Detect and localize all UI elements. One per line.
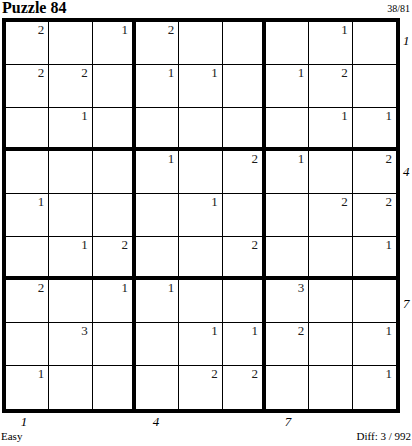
cell-r5c7[interactable] bbox=[266, 194, 309, 237]
cell-r8c2[interactable]: 3 bbox=[49, 323, 92, 366]
cell-r1c4[interactable]: 2 bbox=[136, 22, 179, 65]
cell-clue: 1 bbox=[38, 194, 45, 209]
cell-r4c9[interactable]: 2 bbox=[353, 151, 396, 194]
cell-r9c1[interactable]: 1 bbox=[6, 366, 49, 409]
cell-clue: 2 bbox=[341, 65, 348, 80]
page-title: Puzzle 84 bbox=[2, 0, 66, 17]
cell-r1c9[interactable] bbox=[353, 22, 396, 65]
cell-clue: 1 bbox=[251, 323, 258, 338]
cell-clue: 1 bbox=[168, 151, 175, 166]
cell-r7c2[interactable] bbox=[49, 280, 92, 323]
cell-r4c2[interactable] bbox=[49, 151, 92, 194]
cell-clue: 1 bbox=[168, 280, 175, 295]
cell-r8c3[interactable] bbox=[93, 323, 136, 366]
cell-clue: 2 bbox=[251, 237, 258, 252]
row-band-label-4: 4 bbox=[403, 164, 410, 179]
cell-r2c2[interactable]: 2 bbox=[49, 65, 92, 108]
cell-r5c8[interactable]: 2 bbox=[309, 194, 352, 237]
cell-r9c3[interactable] bbox=[93, 366, 136, 409]
cell-r6c6[interactable]: 2 bbox=[223, 237, 266, 280]
puzzle-page: Puzzle 84 38/81 212122111211112121122122… bbox=[0, 0, 412, 446]
cell-clue: 1 bbox=[121, 280, 128, 295]
cell-clue: 1 bbox=[385, 108, 392, 123]
cell-r1c5[interactable] bbox=[179, 22, 222, 65]
cell-clue: 1 bbox=[341, 22, 348, 37]
cell-r6c2[interactable]: 1 bbox=[49, 237, 92, 280]
cell-r3c6[interactable] bbox=[223, 108, 266, 151]
cell-r3c7[interactable] bbox=[266, 108, 309, 151]
cell-r1c6[interactable] bbox=[223, 22, 266, 65]
cell-clue: 2 bbox=[251, 151, 258, 166]
cell-r5c6[interactable] bbox=[223, 194, 266, 237]
cell-r5c2[interactable] bbox=[49, 194, 92, 237]
cell-r9c9[interactable]: 1 bbox=[353, 366, 396, 409]
cell-r9c6[interactable]: 2 bbox=[223, 366, 266, 409]
cell-r1c2[interactable] bbox=[49, 22, 92, 65]
cell-r3c1[interactable] bbox=[6, 108, 49, 151]
cell-r5c3[interactable] bbox=[93, 194, 136, 237]
cell-r8c7[interactable]: 2 bbox=[266, 323, 309, 366]
cell-r2c3[interactable] bbox=[93, 65, 136, 108]
cell-r6c3[interactable]: 2 bbox=[93, 237, 136, 280]
cell-r5c9[interactable]: 2 bbox=[353, 194, 396, 237]
cell-r4c6[interactable]: 2 bbox=[223, 151, 266, 194]
cell-clue: 1 bbox=[211, 194, 218, 209]
col-band-label-1: 1 bbox=[14, 414, 34, 429]
cell-clue: 2 bbox=[341, 194, 348, 209]
cell-r3c4[interactable] bbox=[136, 108, 179, 151]
cell-r6c4[interactable] bbox=[136, 237, 179, 280]
cell-r8c5[interactable]: 1 bbox=[179, 323, 222, 366]
cell-clue: 2 bbox=[38, 280, 45, 295]
cell-clue: 1 bbox=[121, 22, 128, 37]
cell-r7c4[interactable]: 1 bbox=[136, 280, 179, 323]
cell-r8c1[interactable] bbox=[6, 323, 49, 366]
cell-clue: 1 bbox=[385, 323, 392, 338]
cell-clue: 1 bbox=[298, 65, 305, 80]
cell-r4c4[interactable]: 1 bbox=[136, 151, 179, 194]
cell-r4c1[interactable] bbox=[6, 151, 49, 194]
cell-r3c9[interactable]: 1 bbox=[353, 108, 396, 151]
cell-r7c9[interactable] bbox=[353, 280, 396, 323]
cell-r8c8[interactable] bbox=[309, 323, 352, 366]
col-band-label-4: 4 bbox=[146, 414, 166, 429]
cell-r7c5[interactable] bbox=[179, 280, 222, 323]
cell-r2c6[interactable] bbox=[223, 65, 266, 108]
cell-clue: 1 bbox=[81, 108, 88, 123]
clue-counter: 38/81 bbox=[387, 3, 410, 14]
cell-clue: 1 bbox=[168, 65, 175, 80]
cell-r4c3[interactable] bbox=[93, 151, 136, 194]
cell-clue: 2 bbox=[168, 22, 175, 37]
cell-r5c4[interactable] bbox=[136, 194, 179, 237]
cell-r2c4[interactable]: 1 bbox=[136, 65, 179, 108]
difficulty-label: Easy bbox=[1, 430, 22, 442]
diff-stat: Diff: 3 / 992 bbox=[357, 430, 412, 442]
cell-clue: 1 bbox=[38, 366, 45, 381]
cell-r7c6[interactable] bbox=[223, 280, 266, 323]
cell-r9c5[interactable]: 2 bbox=[179, 366, 222, 409]
cell-clue: 1 bbox=[81, 237, 88, 252]
cell-r2c1[interactable]: 2 bbox=[6, 65, 49, 108]
cell-r6c9[interactable]: 1 bbox=[353, 237, 396, 280]
cell-clue: 2 bbox=[38, 22, 45, 37]
cell-r7c3[interactable]: 1 bbox=[93, 280, 136, 323]
cell-r1c1[interactable]: 2 bbox=[6, 22, 49, 65]
cell-r8c9[interactable]: 1 bbox=[353, 323, 396, 366]
cell-clue: 1 bbox=[385, 237, 392, 252]
row-band-label-7: 7 bbox=[403, 296, 410, 311]
cell-r9c8[interactable] bbox=[309, 366, 352, 409]
cell-r4c8[interactable] bbox=[309, 151, 352, 194]
cell-r6c7[interactable] bbox=[266, 237, 309, 280]
cell-r3c3[interactable] bbox=[93, 108, 136, 151]
cell-r1c7[interactable] bbox=[266, 22, 309, 65]
cell-r6c5[interactable] bbox=[179, 237, 222, 280]
cell-r5c1[interactable]: 1 bbox=[6, 194, 49, 237]
cell-clue: 2 bbox=[121, 237, 128, 252]
col-band-label-7: 7 bbox=[278, 414, 298, 429]
cell-r2c9[interactable] bbox=[353, 65, 396, 108]
cell-clue: 1 bbox=[211, 65, 218, 80]
cell-r9c7[interactable] bbox=[266, 366, 309, 409]
cell-clue: 2 bbox=[38, 65, 45, 80]
cell-r5c5[interactable]: 1 bbox=[179, 194, 222, 237]
cell-r8c6[interactable]: 1 bbox=[223, 323, 266, 366]
cell-clue: 3 bbox=[298, 280, 305, 295]
cell-r9c4[interactable] bbox=[136, 366, 179, 409]
cell-clue: 2 bbox=[81, 65, 88, 80]
cell-clue: 1 bbox=[341, 108, 348, 123]
cell-r7c1[interactable]: 2 bbox=[6, 280, 49, 323]
cell-r1c8[interactable]: 1 bbox=[309, 22, 352, 65]
cell-clue: 1 bbox=[211, 323, 218, 338]
row-band-label-1: 1 bbox=[403, 33, 410, 48]
cell-r4c7[interactable]: 1 bbox=[266, 151, 309, 194]
cell-r7c7[interactable]: 3 bbox=[266, 280, 309, 323]
cell-r2c8[interactable]: 2 bbox=[309, 65, 352, 108]
cell-clue: 2 bbox=[385, 151, 392, 166]
cell-clue: 2 bbox=[251, 366, 258, 381]
cell-r3c8[interactable]: 1 bbox=[309, 108, 352, 151]
cell-clue: 2 bbox=[211, 366, 218, 381]
cell-clue: 2 bbox=[298, 323, 305, 338]
cell-r3c2[interactable]: 1 bbox=[49, 108, 92, 151]
board: 21212211121111212112212212113311211221 bbox=[2, 18, 400, 413]
cell-clue: 1 bbox=[385, 366, 392, 381]
cell-r9c2[interactable] bbox=[49, 366, 92, 409]
cell-r6c1[interactable] bbox=[6, 237, 49, 280]
cell-clue: 2 bbox=[385, 194, 392, 209]
cell-r4c5[interactable] bbox=[179, 151, 222, 194]
cell-clue: 1 bbox=[298, 151, 305, 166]
cell-r7c8[interactable] bbox=[309, 280, 352, 323]
cell-r2c5[interactable]: 1 bbox=[179, 65, 222, 108]
cell-clue: 3 bbox=[81, 323, 88, 338]
cell-r8c4[interactable] bbox=[136, 323, 179, 366]
cell-r2c7[interactable]: 1 bbox=[266, 65, 309, 108]
cell-r6c8[interactable] bbox=[309, 237, 352, 280]
cell-r3c5[interactable] bbox=[179, 108, 222, 151]
cell-r1c3[interactable]: 1 bbox=[93, 22, 136, 65]
